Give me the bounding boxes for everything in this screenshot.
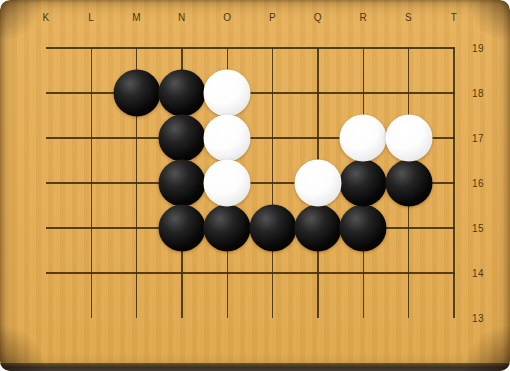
bottom-edge-strip: [0, 363, 510, 371]
row-label-17: 17: [472, 133, 484, 144]
grid-line-v-T: [453, 48, 455, 318]
black-stone-S16[interactable]: [385, 160, 432, 207]
white-stone-R17[interactable]: [340, 115, 387, 162]
column-label-Q: Q: [314, 12, 322, 23]
grid-line-h-19: [46, 47, 455, 49]
column-label-P: P: [269, 12, 276, 23]
column-label-R: R: [359, 12, 367, 23]
black-stone-N17[interactable]: [158, 115, 205, 162]
black-stone-P15[interactable]: [249, 205, 296, 252]
column-label-K: K: [42, 12, 49, 23]
row-label-18: 18: [472, 88, 484, 99]
row-label-16: 16: [472, 178, 484, 189]
row-label-15: 15: [472, 223, 484, 234]
column-label-S: S: [405, 12, 412, 23]
black-stone-N15[interactable]: [158, 205, 205, 252]
column-label-O: O: [223, 12, 231, 23]
row-label-19: 19: [472, 43, 484, 54]
white-stone-S17[interactable]: [385, 115, 432, 162]
white-stone-O16[interactable]: [204, 160, 251, 207]
white-stone-O18[interactable]: [204, 70, 251, 117]
column-label-M: M: [132, 12, 141, 23]
black-stone-Q15[interactable]: [294, 205, 341, 252]
column-label-N: N: [178, 12, 186, 23]
black-stone-N16[interactable]: [158, 160, 205, 207]
go-board[interactable]: KLMNOPQRST19181716151413: [0, 0, 510, 371]
grid-line-v-P: [272, 48, 274, 318]
white-stone-O17[interactable]: [204, 115, 251, 162]
column-label-L: L: [88, 12, 94, 23]
black-stone-O15[interactable]: [204, 205, 251, 252]
column-label-T: T: [451, 12, 458, 23]
black-stone-M18[interactable]: [113, 70, 160, 117]
grid-line-v-L: [91, 48, 93, 318]
row-label-13: 13: [472, 313, 484, 324]
black-stone-R15[interactable]: [340, 205, 387, 252]
black-stone-N18[interactable]: [158, 70, 205, 117]
board-frame: KLMNOPQRST19181716151413: [0, 0, 510, 371]
grid-line-h-14: [46, 272, 455, 274]
black-stone-R16[interactable]: [340, 160, 387, 207]
white-stone-Q16[interactable]: [294, 160, 341, 207]
row-label-14: 14: [472, 268, 484, 279]
